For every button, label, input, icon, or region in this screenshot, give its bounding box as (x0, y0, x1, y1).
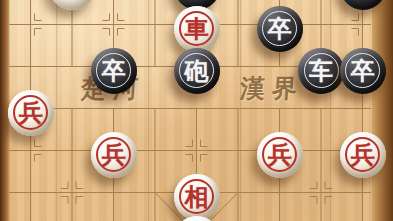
piece-glyph: 兵 (13, 95, 48, 130)
piece-glyph: 卒 (262, 11, 297, 46)
piece-red-soldier[interactable]: 兵 (340, 132, 386, 178)
piece-red-soldier[interactable]: 兵 (257, 132, 303, 178)
piece-glyph (179, 0, 214, 4)
piece-black-soldier[interactable]: 卒 (257, 6, 303, 52)
piece-black-chariot[interactable]: 车 (298, 48, 344, 94)
piece-red-elephant[interactable]: 相 (174, 174, 220, 220)
piece-red-soldier[interactable]: 兵 (8, 90, 54, 136)
piece-red-chariot[interactable]: 車 (174, 6, 220, 52)
piece-glyph: 兵 (345, 137, 380, 172)
piece-glyph: 卒 (96, 53, 131, 88)
piece-glyph: 兵 (262, 137, 297, 172)
piece-glyph (55, 0, 90, 4)
piece-glyph: 相 (179, 179, 214, 214)
piece-glyph: 砲 (179, 53, 214, 88)
piece-red-soldier[interactable]: 兵 (91, 132, 137, 178)
piece-glyph (345, 0, 380, 4)
river-text-han-jie: 漢界 (239, 72, 305, 105)
piece-glyph: 卒 (345, 53, 380, 88)
piece-glyph: 車 (179, 11, 214, 46)
xiangqi-board: 楚河 漢界 車卒卒砲车卒兵兵兵兵相 (0, 0, 393, 221)
piece-black-cannon[interactable]: 砲 (174, 48, 220, 94)
board-right-edge (372, 0, 393, 221)
piece-black-soldier[interactable]: 卒 (340, 48, 386, 94)
piece-black-soldier[interactable]: 卒 (91, 48, 137, 94)
piece-glyph: 兵 (96, 137, 131, 172)
piece-glyph: 车 (304, 53, 339, 88)
